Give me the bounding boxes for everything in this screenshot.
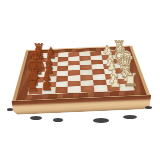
light-knight-piece: ♞ xyxy=(114,42,128,58)
light-pawn-piece: ♟ xyxy=(110,77,121,90)
dark-pawn-piece: ♟ xyxy=(41,80,52,93)
light-king-piece: ♚ xyxy=(113,45,133,68)
dark-pawn-piece: ♟ xyxy=(46,46,55,57)
dark-pawn-piece: ♟ xyxy=(41,75,52,87)
light-pawn-piece: ♟ xyxy=(107,62,117,74)
light-knight-piece: ♞ xyxy=(119,66,135,84)
dark-knight-piece: ♞ xyxy=(31,46,45,62)
light-pawn-piece: ♟ xyxy=(108,72,119,84)
dark-pawn-piece: ♟ xyxy=(44,64,54,76)
light-pawn-piece: ♟ xyxy=(102,44,111,55)
light-pawn-piece: ♟ xyxy=(105,57,115,68)
dark-rook-piece: ♜ xyxy=(32,42,45,57)
pieces-layer: ♜♞♝♛♚♝♞♜♟♟♟♟♟♟♟♟♟♟♟♟♟♟♟♟♜♞♝♚♛♝♞♜ xyxy=(0,0,160,160)
dark-bishop-piece: ♝ xyxy=(27,64,44,83)
dark-pawn-piece: ♟ xyxy=(42,70,53,82)
light-bishop-piece: ♝ xyxy=(117,60,134,79)
dark-king-piece: ♚ xyxy=(25,53,46,76)
dark-pawn-piece: ♟ xyxy=(44,59,54,70)
light-queen-piece: ♛ xyxy=(116,52,135,73)
chess-set-photo: ♜♞♝♛♚♝♞♜♟♟♟♟♟♟♟♟♟♟♟♟♟♟♟♟♜♞♝♚♛♝♞♜ xyxy=(0,0,160,160)
light-pawn-piece: ♟ xyxy=(108,67,119,79)
dark-knight-piece: ♞ xyxy=(24,70,40,88)
dark-pawn-piece: ♟ xyxy=(46,50,56,61)
light-pawn-piece: ♟ xyxy=(104,48,114,59)
light-rook-piece: ♜ xyxy=(113,39,126,54)
dark-bishop-piece: ♝ xyxy=(31,49,47,66)
light-rook-piece: ♜ xyxy=(122,72,138,90)
dark-queen-piece: ♛ xyxy=(27,51,46,72)
dark-pawn-piece: ♟ xyxy=(44,55,54,66)
dark-rook-piece: ♜ xyxy=(24,76,40,94)
light-pawn-piece: ♟ xyxy=(106,52,116,63)
light-bishop-piece: ♝ xyxy=(113,45,129,62)
